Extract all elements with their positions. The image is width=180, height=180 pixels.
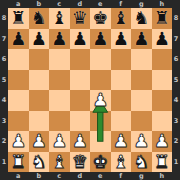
square-b5[interactable] <box>29 70 50 91</box>
square-e7[interactable]: ♟ <box>90 29 111 50</box>
rank-label-4: 4 <box>0 90 8 111</box>
file-label-f: f <box>111 172 132 180</box>
piece-black-rook-h8[interactable]: ♜ <box>154 8 170 29</box>
piece-white-pawn-a2[interactable]: ♟ <box>10 131 26 152</box>
square-d5[interactable] <box>70 70 91 91</box>
square-b4[interactable] <box>29 90 50 111</box>
square-b3[interactable] <box>29 111 50 132</box>
square-f3[interactable] <box>111 111 132 132</box>
square-e2[interactable] <box>90 131 111 152</box>
square-b7[interactable]: ♟ <box>29 29 50 50</box>
rank-labels-right: 87654321 <box>172 8 180 172</box>
rank-label-6: 6 <box>172 49 180 70</box>
square-f5[interactable] <box>111 70 132 91</box>
square-b1[interactable]: ♞ <box>29 152 50 173</box>
square-f2[interactable]: ♟ <box>111 131 132 152</box>
rank-label-8: 8 <box>0 8 8 29</box>
piece-white-knight-g1[interactable]: ♞ <box>133 152 149 173</box>
piece-black-rook-a8[interactable]: ♜ <box>10 8 26 29</box>
piece-white-pawn-b2[interactable]: ♟ <box>31 131 47 152</box>
piece-black-pawn-h7[interactable]: ♟ <box>154 29 170 50</box>
piece-black-pawn-e7[interactable]: ♟ <box>92 29 108 50</box>
square-c1[interactable]: ♝ <box>49 152 70 173</box>
square-a4[interactable] <box>8 90 29 111</box>
rank-label-4: 4 <box>172 90 180 111</box>
square-b2[interactable]: ♟ <box>29 131 50 152</box>
square-f1[interactable]: ♝ <box>111 152 132 173</box>
square-e5[interactable] <box>90 70 111 91</box>
square-e1[interactable]: ♚ <box>90 152 111 173</box>
square-g3[interactable] <box>131 111 152 132</box>
square-c8[interactable]: ♝ <box>49 8 70 29</box>
rank-label-8: 8 <box>172 8 180 29</box>
square-c5[interactable] <box>49 70 70 91</box>
file-label-d: d <box>70 172 91 180</box>
square-g7[interactable]: ♟ <box>131 29 152 50</box>
file-label-e: e <box>90 172 111 180</box>
piece-white-pawn-f2[interactable]: ♟ <box>113 131 129 152</box>
rank-label-6: 6 <box>0 49 8 70</box>
rank-labels-left: 87654321 <box>0 8 8 172</box>
square-f7[interactable]: ♟ <box>111 29 132 50</box>
piece-white-pawn-e4[interactable]: ♟ <box>92 90 108 111</box>
file-label-c: c <box>49 172 70 180</box>
square-g6[interactable] <box>131 49 152 70</box>
file-label-h: h <box>152 172 173 180</box>
piece-black-pawn-g7[interactable]: ♟ <box>133 29 149 50</box>
piece-black-queen-d8[interactable]: ♛ <box>72 8 88 29</box>
rank-label-7: 7 <box>0 29 8 50</box>
square-g8[interactable]: ♞ <box>131 8 152 29</box>
square-h7[interactable]: ♟ <box>152 29 173 50</box>
square-a8[interactable]: ♜ <box>8 8 29 29</box>
square-a2[interactable]: ♟ <box>8 131 29 152</box>
rank-label-1: 1 <box>172 152 180 173</box>
square-e6[interactable] <box>90 49 111 70</box>
square-a3[interactable] <box>8 111 29 132</box>
square-f8[interactable]: ♝ <box>111 8 132 29</box>
square-d8[interactable]: ♛ <box>70 8 91 29</box>
file-label-a: a <box>8 172 29 180</box>
square-h1[interactable]: ♜ <box>152 152 173 173</box>
square-a7[interactable]: ♟ <box>8 29 29 50</box>
square-d7[interactable]: ♟ <box>70 29 91 50</box>
piece-black-knight-b8[interactable]: ♞ <box>31 8 47 29</box>
rank-label-5: 5 <box>0 70 8 91</box>
square-c2[interactable]: ♟ <box>49 131 70 152</box>
piece-white-pawn-c2[interactable]: ♟ <box>51 131 67 152</box>
square-a1[interactable]: ♜ <box>8 152 29 173</box>
file-label-b: b <box>29 172 50 180</box>
square-a5[interactable] <box>8 70 29 91</box>
square-a6[interactable] <box>8 49 29 70</box>
file-label-g: g <box>131 172 152 180</box>
piece-white-knight-b1[interactable]: ♞ <box>31 152 47 173</box>
square-c7[interactable]: ♟ <box>49 29 70 50</box>
piece-black-pawn-f7[interactable]: ♟ <box>113 29 129 50</box>
square-h3[interactable] <box>152 111 173 132</box>
piece-white-pawn-g2[interactable]: ♟ <box>133 131 149 152</box>
square-f4[interactable] <box>111 90 132 111</box>
piece-white-rook-h1[interactable]: ♜ <box>154 152 170 173</box>
piece-white-rook-a1[interactable]: ♜ <box>10 152 26 173</box>
piece-white-bishop-c1[interactable]: ♝ <box>51 152 67 173</box>
square-e4[interactable]: ♟ <box>90 90 111 111</box>
piece-black-pawn-b7[interactable]: ♟ <box>31 29 47 50</box>
square-h5[interactable] <box>152 70 173 91</box>
rank-label-3: 3 <box>172 111 180 132</box>
chess-board-squares: ♜♞♝♛♚♝♞♜♟♟♟♟♟♟♟♟♟♟♟♟♟♟♟♟♜♞♝♛♚♝♞♜ <box>8 8 172 172</box>
square-d1[interactable]: ♛ <box>70 152 91 173</box>
square-h4[interactable] <box>152 90 173 111</box>
square-f6[interactable] <box>111 49 132 70</box>
square-g2[interactable]: ♟ <box>131 131 152 152</box>
file-labels-bottom: abcdefgh <box>8 172 172 180</box>
square-c6[interactable] <box>49 49 70 70</box>
square-h8[interactable]: ♜ <box>152 8 173 29</box>
square-d3[interactable] <box>70 111 91 132</box>
rank-label-2: 2 <box>0 131 8 152</box>
square-h6[interactable] <box>152 49 173 70</box>
piece-black-king-e8[interactable]: ♚ <box>92 8 108 29</box>
chess-board: abcdefgh abcdefgh 87654321 87654321 ♜♞♝♛… <box>0 0 180 180</box>
square-c3[interactable] <box>49 111 70 132</box>
piece-black-bishop-c8[interactable]: ♝ <box>51 8 67 29</box>
rank-label-5: 5 <box>172 70 180 91</box>
piece-white-king-e1[interactable]: ♚ <box>92 152 108 173</box>
square-g4[interactable] <box>131 90 152 111</box>
square-b6[interactable] <box>29 49 50 70</box>
piece-white-queen-d1[interactable]: ♛ <box>72 152 88 173</box>
square-e8[interactable]: ♚ <box>90 8 111 29</box>
square-e3[interactable] <box>90 111 111 132</box>
square-b8[interactable]: ♞ <box>29 8 50 29</box>
piece-white-pawn-d2[interactable]: ♟ <box>72 131 88 152</box>
piece-black-bishop-f8[interactable]: ♝ <box>113 8 129 29</box>
square-h2[interactable]: ♟ <box>152 131 173 152</box>
rank-label-7: 7 <box>172 29 180 50</box>
piece-black-pawn-d7[interactable]: ♟ <box>72 29 88 50</box>
rank-label-2: 2 <box>172 131 180 152</box>
square-g1[interactable]: ♞ <box>131 152 152 173</box>
piece-white-pawn-h2[interactable]: ♟ <box>154 131 170 152</box>
piece-black-knight-g8[interactable]: ♞ <box>133 8 149 29</box>
piece-white-bishop-f1[interactable]: ♝ <box>113 152 129 173</box>
rank-label-1: 1 <box>0 152 8 173</box>
square-g5[interactable] <box>131 70 152 91</box>
square-d2[interactable]: ♟ <box>70 131 91 152</box>
square-c4[interactable] <box>49 90 70 111</box>
square-d6[interactable] <box>70 49 91 70</box>
piece-black-pawn-a7[interactable]: ♟ <box>10 29 26 50</box>
square-d4[interactable] <box>70 90 91 111</box>
rank-label-3: 3 <box>0 111 8 132</box>
piece-black-pawn-c7[interactable]: ♟ <box>51 29 67 50</box>
